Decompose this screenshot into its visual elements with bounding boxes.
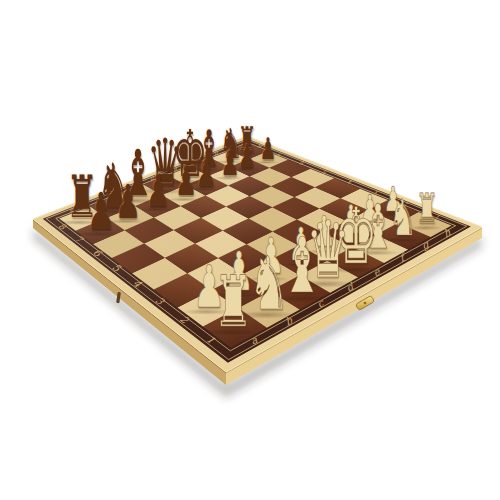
gloss-overlay	[33, 136, 482, 372]
chess-board: aa11bb22cc33dd44ee55ff66gg77hh88	[0, 0, 500, 500]
chess-set-photo: aa11bb22cc33dd44ee55ff66gg77hh88 ♜♞♟♝♟♟♚…	[0, 0, 500, 500]
